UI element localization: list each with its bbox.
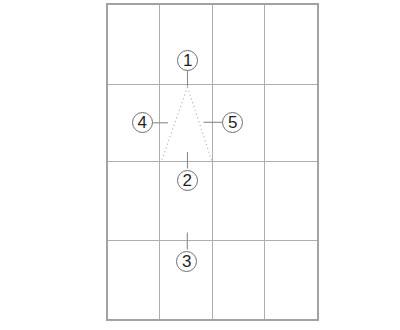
- diagram-canvas: 1 2 3 4 5: [0, 0, 400, 330]
- grid-cell: [160, 85, 213, 162]
- grid-cell: [213, 162, 266, 241]
- grid-cell: [265, 5, 317, 85]
- grid-cell: [213, 5, 266, 85]
- grid-cell: [108, 241, 160, 319]
- callout-5-number: 5: [228, 114, 237, 131]
- callout-2: 2: [177, 170, 198, 191]
- grid-cell: [160, 5, 213, 85]
- callout-2-number: 2: [183, 172, 192, 189]
- callout-4-number: 4: [138, 114, 147, 131]
- grid-cell: [265, 162, 317, 241]
- grid-cell: [108, 162, 160, 241]
- callout-3: 3: [176, 251, 197, 272]
- callout-5: 5: [222, 112, 243, 133]
- callout-1-number: 1: [183, 52, 192, 69]
- grid-cell: [265, 85, 317, 162]
- grid-cell: [108, 5, 160, 85]
- grid-cell: [265, 241, 317, 319]
- callout-1: 1: [177, 50, 198, 71]
- callout-4: 4: [132, 112, 153, 133]
- callout-3-number: 3: [182, 253, 191, 270]
- grid-cell: [213, 241, 266, 319]
- grid-board: [106, 3, 319, 321]
